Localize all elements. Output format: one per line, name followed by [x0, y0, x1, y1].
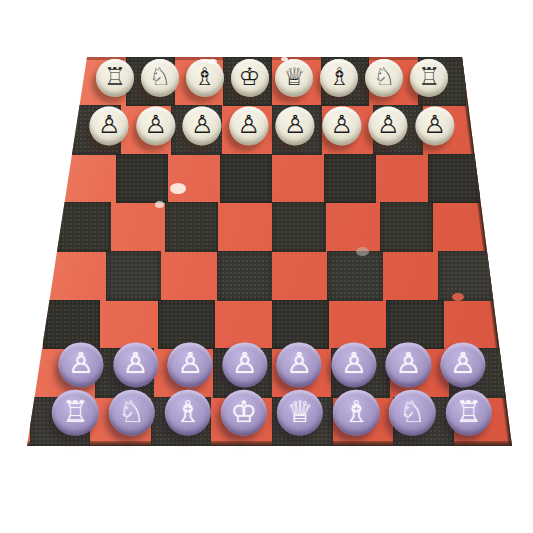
dark-square: [106, 251, 161, 301]
piece-glyph-wR: ♖: [418, 65, 440, 89]
piece-bP: ♙: [222, 343, 267, 388]
piece-glyph-bR: ♖: [62, 397, 89, 427]
piece-glyph-bQ: ♕: [287, 397, 314, 427]
light-square: [272, 251, 327, 301]
light-square: [376, 154, 428, 204]
board-row: [36, 348, 507, 398]
piece-glyph-wP: ♙: [145, 113, 167, 138]
piece-glyph-bP: ♙: [232, 350, 258, 379]
piece-glyph-bN: ♘: [399, 397, 426, 427]
piece-bP: ♙: [277, 343, 322, 388]
piece-glyph-wQ: ♕: [284, 65, 306, 89]
dark-square: [217, 251, 272, 301]
piece-glyph-bP: ♙: [450, 350, 476, 379]
dark-square: [438, 251, 493, 301]
piece-bP: ♙: [168, 343, 213, 388]
piece-bP: ♙: [113, 343, 158, 388]
piece-glyph-bN: ♘: [118, 397, 145, 427]
piece-bP: ♙: [386, 343, 431, 388]
light-square: [168, 154, 220, 204]
light-square: [64, 154, 116, 204]
piece-bP: ♙: [331, 343, 376, 388]
piece-glyph-bP: ♙: [123, 350, 149, 379]
light-square: [444, 300, 501, 350]
piece-wR: ♖: [96, 59, 134, 97]
light-square: [111, 202, 165, 252]
dark-square: [158, 300, 215, 350]
piece-glyph-bP: ♙: [286, 350, 312, 379]
light-square: [50, 251, 105, 301]
piece-glyph-wP: ♙: [330, 113, 352, 138]
board-row: [57, 202, 487, 252]
piece-bP: ♙: [58, 343, 103, 388]
piece-glyph-wP: ♙: [191, 113, 213, 138]
dark-square: [324, 154, 376, 204]
piece-glyph-wB: ♗: [328, 65, 350, 89]
piece-glyph-wP: ♙: [284, 113, 306, 138]
piece-glyph-bP: ♙: [177, 350, 203, 379]
light-square: [326, 202, 380, 252]
piece-wB: ♗: [186, 59, 224, 97]
board-row: [43, 300, 501, 350]
piece-glyph-bB: ♗: [343, 397, 370, 427]
board-row: [30, 397, 515, 447]
piece-wN: ♘: [365, 59, 403, 97]
piece-wK: ♔: [231, 59, 269, 97]
light-square: [218, 202, 272, 252]
board-row: [50, 251, 494, 301]
piece-glyph-wP: ♙: [238, 113, 260, 138]
dark-square: [116, 154, 168, 204]
piece-glyph-bB: ♗: [174, 397, 201, 427]
piece-glyph-bP: ♙: [341, 350, 367, 379]
light-square: [161, 251, 216, 301]
piece-glyph-wP: ♙: [377, 113, 399, 138]
board-row: [71, 105, 474, 155]
light-square: [272, 154, 324, 204]
dark-square: [220, 154, 272, 204]
light-square: [329, 300, 386, 350]
piece-glyph-bP: ♙: [68, 350, 94, 379]
piece-glyph-wN: ♘: [149, 65, 171, 89]
dark-square: [165, 202, 219, 252]
board-photo: ♖♘♗♔♕♗♘♖♙♙♙♙♙♙♙♙♙♙♙♙♙♙♙♙♖♘♗♔♕♗♘♖: [0, 0, 533, 533]
piece-glyph-wB: ♗: [194, 65, 216, 89]
dark-square: [380, 202, 434, 252]
dark-square: [43, 300, 100, 350]
piece-glyph-wP: ♙: [98, 113, 120, 138]
piece-wQ: ♕: [275, 59, 313, 97]
piece-glyph-wK: ♔: [239, 65, 261, 89]
light-square: [383, 251, 438, 301]
light-square: [100, 300, 157, 350]
piece-bP: ♙: [440, 343, 485, 388]
piece-wN: ♘: [141, 59, 179, 97]
dark-square: [272, 202, 326, 252]
light-square: [433, 202, 487, 252]
piece-glyph-wP: ♙: [423, 113, 445, 138]
piece-glyph-wR: ♖: [104, 65, 126, 89]
dark-square: [327, 251, 382, 301]
piece-wB: ♗: [320, 59, 358, 97]
dark-square: [428, 154, 480, 204]
piece-glyph-bK: ♔: [231, 397, 258, 427]
board-row: [78, 57, 467, 107]
dark-square: [386, 300, 443, 350]
piece-glyph-bP: ♙: [395, 350, 421, 379]
piece-wR: ♖: [410, 59, 448, 97]
piece-glyph-wN: ♘: [373, 65, 395, 89]
dark-square: [57, 202, 111, 252]
piece-glyph-bR: ♖: [455, 397, 482, 427]
board-row: [64, 154, 480, 204]
